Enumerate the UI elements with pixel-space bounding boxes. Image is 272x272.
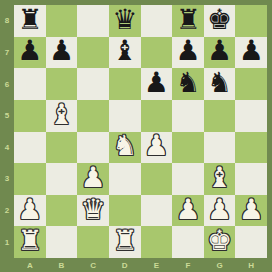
square-e3[interactable] [141, 163, 173, 195]
square-c7[interactable] [77, 37, 109, 69]
square-g4[interactable] [204, 132, 236, 164]
square-c1[interactable] [77, 226, 109, 258]
square-e7[interactable] [141, 37, 173, 69]
rank-label-3: 3 [0, 163, 14, 195]
square-d4[interactable]: ♞ [109, 132, 141, 164]
white-bishop-g3: ♝ [207, 164, 232, 192]
file-label-c: C [77, 258, 109, 272]
square-h5[interactable] [235, 100, 267, 132]
square-g2[interactable]: ♟ [204, 195, 236, 227]
square-b2[interactable] [46, 195, 78, 227]
black-knight-g6: ♞ [207, 69, 232, 97]
square-h3[interactable] [235, 163, 267, 195]
square-d5[interactable] [109, 100, 141, 132]
square-a2[interactable]: ♟ [14, 195, 46, 227]
white-queen-c2: ♛ [81, 196, 106, 224]
black-pawn-a7: ♟ [17, 37, 42, 65]
white-rook-d1: ♜ [112, 227, 137, 255]
rank-label-5: 5 [0, 100, 14, 132]
square-a8[interactable]: ♜ [14, 5, 46, 37]
square-h4[interactable] [235, 132, 267, 164]
square-d2[interactable] [109, 195, 141, 227]
square-g6[interactable]: ♞ [204, 68, 236, 100]
black-pawn-f7: ♟ [175, 37, 200, 65]
square-b6[interactable] [46, 68, 78, 100]
file-label-e: E [141, 258, 173, 272]
square-d7[interactable]: ♝ [109, 37, 141, 69]
black-pawn-h7: ♟ [239, 37, 264, 65]
square-b5[interactable]: ♝ [46, 100, 78, 132]
black-pawn-b7: ♟ [49, 37, 74, 65]
square-f8[interactable]: ♜ [172, 5, 204, 37]
square-e4[interactable]: ♟ [141, 132, 173, 164]
square-b7[interactable]: ♟ [46, 37, 78, 69]
square-f5[interactable] [172, 100, 204, 132]
white-bishop-b5: ♝ [49, 101, 74, 129]
square-e8[interactable] [141, 5, 173, 37]
square-h2[interactable]: ♟ [235, 195, 267, 227]
square-e1[interactable] [141, 226, 173, 258]
rank-labels: 87654321 [0, 5, 14, 258]
black-knight-f6: ♞ [175, 69, 200, 97]
white-pawn-e4: ♟ [144, 132, 169, 160]
square-f2[interactable]: ♟ [172, 195, 204, 227]
square-c5[interactable] [77, 100, 109, 132]
rank-label-8: 8 [0, 5, 14, 37]
square-a7[interactable]: ♟ [14, 37, 46, 69]
white-pawn-c3: ♟ [81, 164, 106, 192]
file-label-a: A [14, 258, 46, 272]
square-a6[interactable] [14, 68, 46, 100]
square-a4[interactable] [14, 132, 46, 164]
square-g5[interactable] [204, 100, 236, 132]
file-label-g: G [204, 258, 236, 272]
chess-board: ♜♛♜♚♟♟♝♟♟♟♟♞♞♝♞♟♟♝♟♛♟♟♟♜♜♚ [14, 5, 267, 258]
file-labels: ABCDEFGH [14, 258, 267, 272]
white-pawn-f2: ♟ [175, 196, 200, 224]
square-c4[interactable] [77, 132, 109, 164]
white-pawn-a2: ♟ [17, 196, 42, 224]
square-b1[interactable] [46, 226, 78, 258]
square-e2[interactable] [141, 195, 173, 227]
square-h1[interactable] [235, 226, 267, 258]
rank-label-1: 1 [0, 226, 14, 258]
chess-diagram: 87654321 ♜♛♜♚♟♟♝♟♟♟♟♞♞♝♞♟♟♝♟♛♟♟♟♜♜♚ ABCD… [0, 0, 272, 272]
square-g1[interactable]: ♚ [204, 226, 236, 258]
rank-label-7: 7 [0, 37, 14, 69]
square-b4[interactable] [46, 132, 78, 164]
square-f6[interactable]: ♞ [172, 68, 204, 100]
square-a3[interactable] [14, 163, 46, 195]
square-b3[interactable] [46, 163, 78, 195]
square-d6[interactable] [109, 68, 141, 100]
square-h8[interactable] [235, 5, 267, 37]
square-c6[interactable] [77, 68, 109, 100]
square-f3[interactable] [172, 163, 204, 195]
square-c8[interactable] [77, 5, 109, 37]
square-d3[interactable] [109, 163, 141, 195]
white-pawn-g2: ♟ [207, 196, 232, 224]
square-f7[interactable]: ♟ [172, 37, 204, 69]
rank-label-6: 6 [0, 68, 14, 100]
square-c2[interactable]: ♛ [77, 195, 109, 227]
square-h7[interactable]: ♟ [235, 37, 267, 69]
square-g8[interactable]: ♚ [204, 5, 236, 37]
white-knight-d4: ♞ [112, 132, 137, 160]
black-rook-a8: ♜ [17, 6, 42, 34]
file-label-f: F [172, 258, 204, 272]
square-a1[interactable]: ♜ [14, 226, 46, 258]
black-pawn-g7: ♟ [207, 37, 232, 65]
file-label-h: H [235, 258, 267, 272]
square-d1[interactable]: ♜ [109, 226, 141, 258]
square-e6[interactable]: ♟ [141, 68, 173, 100]
black-rook-f8: ♜ [175, 6, 200, 34]
rank-label-2: 2 [0, 195, 14, 227]
white-pawn-h2: ♟ [239, 196, 264, 224]
black-pawn-e6: ♟ [144, 69, 169, 97]
black-queen-d8: ♛ [112, 6, 137, 34]
white-rook-a1: ♜ [17, 227, 42, 255]
square-a5[interactable] [14, 100, 46, 132]
square-g3[interactable]: ♝ [204, 163, 236, 195]
black-bishop-d7: ♝ [112, 37, 137, 65]
square-f1[interactable] [172, 226, 204, 258]
black-king-g8: ♚ [207, 6, 232, 34]
square-e5[interactable] [141, 100, 173, 132]
square-b8[interactable] [46, 5, 78, 37]
square-f4[interactable] [172, 132, 204, 164]
square-g7[interactable]: ♟ [204, 37, 236, 69]
square-d8[interactable]: ♛ [109, 5, 141, 37]
file-label-b: B [46, 258, 78, 272]
square-c3[interactable]: ♟ [77, 163, 109, 195]
rank-label-4: 4 [0, 132, 14, 164]
file-label-d: D [109, 258, 141, 272]
white-king-g1: ♚ [207, 227, 232, 255]
square-h6[interactable] [235, 68, 267, 100]
